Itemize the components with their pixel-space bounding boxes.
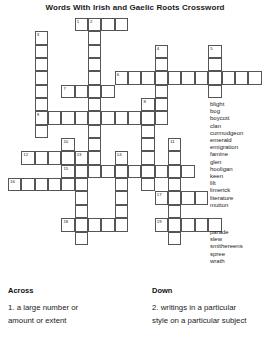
grid-cell[interactable] xyxy=(35,71,48,84)
grid-cell[interactable]: 7 xyxy=(61,85,74,98)
word-bank-column-2: paradeslewsmithereensspreewrath xyxy=(210,229,243,265)
grid-cell[interactable] xyxy=(168,205,181,218)
grid-cell[interactable] xyxy=(88,71,101,84)
grid-cell[interactable] xyxy=(115,205,128,218)
grid-cell[interactable]: 18 xyxy=(61,218,74,231)
grid-cell[interactable] xyxy=(35,45,48,58)
down-clue-2-line-2: style on a particular subject xyxy=(152,314,270,327)
grid-cell[interactable] xyxy=(155,111,168,124)
word-bank-item: literature xyxy=(210,195,243,202)
grid-cell[interactable] xyxy=(208,71,221,84)
down-clue-2-line-1: 2. writings in a particular xyxy=(152,301,270,314)
clue-number: 16 xyxy=(10,179,15,184)
grid-cell[interactable] xyxy=(222,71,235,84)
word-bank-item: famine xyxy=(210,151,243,158)
grid-cell[interactable] xyxy=(35,125,48,138)
grid-cell[interactable] xyxy=(61,151,74,164)
grid-cell[interactable]: 19 xyxy=(155,218,168,231)
clue-number: 11 xyxy=(170,139,174,144)
grid-cell[interactable]: 3 xyxy=(35,31,48,44)
word-bank-item: slew xyxy=(210,236,243,243)
grid-cell[interactable] xyxy=(208,58,221,71)
clue-number: 8 xyxy=(143,99,145,104)
word-bank-item: emigration xyxy=(210,144,243,151)
grid-cell[interactable] xyxy=(141,178,154,191)
grid-cell[interactable]: 8 xyxy=(141,98,154,111)
grid-cell[interactable] xyxy=(141,111,154,124)
clue-number: 12 xyxy=(23,152,28,157)
down-clue-2: 2. writings in a particular style on a p… xyxy=(152,301,270,328)
grid-cell[interactable] xyxy=(61,178,74,191)
grid-cell[interactable] xyxy=(75,85,88,98)
grid-cell[interactable] xyxy=(35,151,48,164)
grid-cell[interactable] xyxy=(21,178,34,191)
word-bank-column-1: blightbogboycottclancurmudgeonemeraldemi… xyxy=(210,101,243,209)
page-title: Words With Irish and Gaelic Roots Crossw… xyxy=(0,3,270,12)
grid-cell[interactable] xyxy=(141,71,154,84)
grid-cell[interactable]: 13 xyxy=(75,151,88,164)
grid-cell[interactable] xyxy=(181,71,194,84)
clue-number: 15 xyxy=(63,166,68,171)
grid-cell[interactable] xyxy=(88,151,101,164)
grid-cell[interactable] xyxy=(75,218,88,231)
grid-cell[interactable] xyxy=(248,71,261,84)
clue-number: 19 xyxy=(157,219,162,224)
grid-cell[interactable] xyxy=(181,218,194,231)
grid-cell[interactable] xyxy=(75,191,88,204)
clue-number: 17 xyxy=(157,192,162,197)
grid-cell[interactable]: 5 xyxy=(208,45,221,58)
clue-number: 14 xyxy=(117,152,122,157)
grid-cell[interactable]: 2 xyxy=(88,18,101,31)
grid-cell[interactable] xyxy=(155,58,168,71)
grid-cell[interactable] xyxy=(115,178,128,191)
clue-number: 18 xyxy=(63,219,68,224)
across-clue-1-line-2: amount or extent xyxy=(8,314,126,327)
grid-cell[interactable] xyxy=(75,165,88,178)
grid-cell[interactable] xyxy=(88,218,101,231)
word-bank-item: curmudgeon xyxy=(210,130,243,137)
grid-cell[interactable] xyxy=(101,18,114,31)
grid-cell[interactable] xyxy=(115,18,128,31)
grid-cell[interactable]: 17 xyxy=(155,191,168,204)
grid-cell[interactable] xyxy=(155,98,168,111)
clue-number: 5 xyxy=(210,46,212,51)
grid-cell[interactable] xyxy=(168,71,181,84)
word-bank-item: bog xyxy=(210,108,243,115)
grid-cell[interactable] xyxy=(75,205,88,218)
grid-cell[interactable] xyxy=(141,138,154,151)
clue-number: 1 xyxy=(77,19,79,24)
word-bank-item: keen xyxy=(210,173,243,180)
grid-cell[interactable] xyxy=(115,191,128,204)
grid-cell[interactable] xyxy=(88,165,101,178)
word-bank-item: blight xyxy=(210,101,243,108)
grid-cell[interactable] xyxy=(101,165,114,178)
grid-cell[interactable] xyxy=(35,98,48,111)
grid-cell[interactable] xyxy=(48,151,61,164)
grid-cell[interactable] xyxy=(141,125,154,138)
word-bank-item: emerald xyxy=(210,137,243,144)
grid-cell[interactable] xyxy=(88,138,101,151)
grid-cell[interactable] xyxy=(88,111,101,124)
grid-cell[interactable] xyxy=(88,98,101,111)
grid-cell[interactable] xyxy=(195,218,208,231)
clue-number: 10 xyxy=(63,139,68,144)
grid-cell[interactable] xyxy=(101,111,114,124)
clue-number: 7 xyxy=(63,86,65,91)
word-bank-item: mutton xyxy=(210,202,243,209)
grid-cell[interactable] xyxy=(35,85,48,98)
grid-cell[interactable]: 6 xyxy=(115,71,128,84)
grid-cell[interactable] xyxy=(88,45,101,58)
grid-cell[interactable]: 14 xyxy=(115,151,128,164)
grid-cell[interactable] xyxy=(75,232,88,245)
grid-cell[interactable] xyxy=(115,111,128,124)
grid-cell[interactable] xyxy=(181,165,194,178)
grid-cell[interactable] xyxy=(235,71,248,84)
word-bank-item: wrath xyxy=(210,258,243,265)
grid-cell[interactable] xyxy=(128,165,141,178)
grid-cell[interactable] xyxy=(168,165,181,178)
clue-number: 3 xyxy=(37,32,39,37)
word-bank-item: limerick xyxy=(210,187,243,194)
grid-cell[interactable] xyxy=(168,151,181,164)
word-bank-item: glen xyxy=(210,159,243,166)
grid-cell[interactable] xyxy=(88,31,101,44)
grid-cell[interactable] xyxy=(48,178,61,191)
grid-cell[interactable] xyxy=(88,85,101,98)
grid-cell[interactable] xyxy=(115,165,128,178)
grid-cell[interactable] xyxy=(88,58,101,71)
grid-cell[interactable]: 11 xyxy=(168,138,181,151)
word-bank-item: boycott xyxy=(210,115,243,122)
down-header: Down xyxy=(152,286,172,295)
word-bank-item: lilt xyxy=(210,180,243,187)
grid-cell[interactable] xyxy=(141,165,154,178)
grid-cell[interactable]: 12 xyxy=(21,151,34,164)
grid-cell[interactable] xyxy=(35,58,48,71)
grid-cell[interactable] xyxy=(101,85,114,98)
grid-cell[interactable] xyxy=(155,165,168,178)
grid-cell[interactable] xyxy=(168,218,181,231)
clue-number: 2 xyxy=(90,19,92,24)
grid-cell[interactable]: 15 xyxy=(61,165,74,178)
grid-cell[interactable] xyxy=(115,218,128,231)
grid-cell[interactable] xyxy=(155,85,168,98)
grid-cell[interactable] xyxy=(181,191,194,204)
across-clue-1-line-1: 1. a large number or xyxy=(8,301,126,314)
grid-cell[interactable] xyxy=(61,111,74,124)
grid-cell[interactable] xyxy=(168,232,181,245)
grid-cell[interactable] xyxy=(88,125,101,138)
grid-cell[interactable]: 10 xyxy=(61,138,74,151)
grid-cell[interactable] xyxy=(195,191,208,204)
grid-cell[interactable] xyxy=(195,71,208,84)
word-bank-item: parade xyxy=(210,229,243,236)
grid-cell[interactable] xyxy=(128,111,141,124)
across-clue-1: 1. a large number or amount or extent xyxy=(8,301,126,328)
clue-number: 13 xyxy=(77,152,82,157)
grid-cell[interactable] xyxy=(168,178,181,191)
clue-number: 6 xyxy=(117,72,119,77)
clue-number: 4 xyxy=(157,46,159,51)
word-bank-item: clan xyxy=(210,123,243,130)
grid-cell[interactable] xyxy=(75,178,88,191)
grid-cell[interactable] xyxy=(141,151,154,164)
word-bank-item: spree xyxy=(210,251,243,258)
clue-number: 9 xyxy=(37,112,39,117)
grid-cell[interactable] xyxy=(155,71,168,84)
word-bank-item: smithereens xyxy=(210,243,243,250)
grid-cell[interactable] xyxy=(48,111,61,124)
grid-cell[interactable] xyxy=(35,178,48,191)
grid-cell[interactable]: 1 xyxy=(75,18,88,31)
across-header: Across xyxy=(8,286,33,295)
grid-cell[interactable] xyxy=(101,218,114,231)
word-bank-item: hooligan xyxy=(210,166,243,173)
grid-cell[interactable]: 9 xyxy=(35,111,48,124)
grid-cell[interactable] xyxy=(168,191,181,204)
grid-cell[interactable] xyxy=(75,111,88,124)
grid-cell[interactable] xyxy=(128,71,141,84)
grid-cell[interactable] xyxy=(208,85,221,98)
grid-cell[interactable]: 16 xyxy=(8,178,21,191)
grid-cell[interactable]: 4 xyxy=(155,45,168,58)
